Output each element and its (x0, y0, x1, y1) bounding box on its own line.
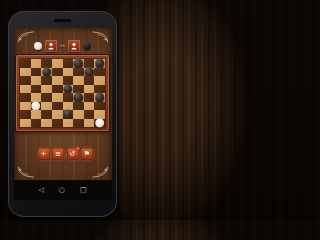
board-cell[interactable] (63, 76, 74, 85)
match-header: vs (14, 38, 112, 53)
board-cell[interactable] (84, 102, 95, 111)
board-cell[interactable] (31, 110, 42, 119)
board-cell[interactable] (41, 102, 52, 111)
board-cell[interactable] (73, 76, 84, 85)
undo-button[interactable]: ↺ (67, 148, 79, 160)
black-piece-icon (83, 42, 91, 50)
white-piece-icon (34, 42, 42, 50)
board-cell[interactable] (94, 119, 105, 128)
board-cell[interactable] (84, 110, 95, 119)
vs-label: vs (60, 43, 64, 48)
board-cell[interactable] (63, 102, 74, 111)
android-navbar: ◁ ○ □ (14, 180, 112, 200)
corner-flourish-icon (17, 166, 35, 178)
board-cell[interactable] (73, 85, 84, 94)
nav-home-icon[interactable]: ○ (59, 187, 65, 194)
board-cell[interactable] (31, 85, 42, 94)
board-cell[interactable] (41, 119, 52, 128)
board-cell[interactable] (73, 119, 84, 128)
flag-icon: ⚑ (84, 150, 90, 158)
menu-icon: ≡ (55, 150, 61, 158)
app-screen: vs + ≡ ↺ ⚑ ◁ ○ □ (14, 28, 112, 200)
board-cell[interactable] (84, 68, 95, 77)
menu-button[interactable]: ≡ (52, 148, 64, 160)
board-cell[interactable] (41, 110, 52, 119)
board-cell[interactable] (41, 85, 52, 94)
board-cell[interactable] (94, 85, 105, 94)
undo-icon: ↺ (70, 150, 76, 158)
toolbar: + ≡ ↺ ⚑ (38, 148, 95, 161)
board-cell[interactable] (31, 76, 42, 85)
board-cell[interactable] (20, 59, 31, 68)
board-cell[interactable] (84, 119, 95, 128)
board-cell[interactable] (52, 110, 63, 119)
phone-frame: vs + ≡ ↺ ⚑ ◁ ○ □ (8, 11, 117, 217)
board-cell[interactable] (52, 76, 63, 85)
board-cell[interactable] (73, 59, 84, 68)
board-cell[interactable] (84, 59, 95, 68)
board-cell[interactable] (63, 110, 74, 119)
board-cell[interactable] (52, 85, 63, 94)
board-cell[interactable] (94, 110, 105, 119)
board-cell[interactable] (52, 68, 63, 77)
board-cell[interactable] (84, 85, 95, 94)
board-cell[interactable] (73, 102, 84, 111)
board-cell[interactable] (20, 110, 31, 119)
board-cell[interactable] (63, 119, 74, 128)
new-game-button[interactable]: + (38, 148, 50, 160)
board-cell[interactable] (41, 68, 52, 77)
person-icon (70, 42, 78, 50)
board-cell[interactable] (63, 59, 74, 68)
board-cell[interactable] (73, 93, 84, 102)
board-cell[interactable] (63, 93, 74, 102)
board-cell[interactable] (41, 59, 52, 68)
board-cell[interactable] (94, 93, 105, 102)
board-cell[interactable] (52, 59, 63, 68)
board-cell[interactable] (94, 102, 105, 111)
board-cell[interactable] (52, 119, 63, 128)
board-cell[interactable] (94, 76, 105, 85)
board-cell[interactable] (52, 102, 63, 111)
board-cell[interactable] (20, 119, 31, 128)
person-icon (47, 42, 55, 50)
board-cell[interactable] (31, 68, 42, 77)
phone-speaker (54, 19, 71, 22)
nav-recents-icon[interactable]: □ (80, 187, 87, 194)
player2-avatar (68, 40, 80, 52)
board-cell[interactable] (73, 68, 84, 77)
board-cell[interactable] (31, 102, 42, 111)
board-cell[interactable] (63, 85, 74, 94)
board-cell[interactable] (20, 85, 31, 94)
board-cell[interactable] (31, 59, 42, 68)
white-piece[interactable] (95, 118, 105, 128)
board-cell[interactable] (20, 93, 31, 102)
player1-avatar (45, 40, 57, 52)
board-cell[interactable] (20, 102, 31, 111)
board-cell[interactable] (20, 76, 31, 85)
corner-flourish-icon (91, 166, 109, 178)
board-cell[interactable] (20, 68, 31, 77)
board-cell[interactable] (52, 93, 63, 102)
board-cell[interactable] (94, 68, 105, 77)
board-frame (16, 55, 109, 131)
board-cell[interactable] (73, 110, 84, 119)
board-cell[interactable] (84, 93, 95, 102)
notification-badge (76, 147, 80, 151)
plus-icon: + (41, 150, 47, 158)
nav-back-icon[interactable]: ◁ (38, 187, 43, 194)
board-cell[interactable] (63, 68, 74, 77)
board-cell[interactable] (41, 76, 52, 85)
board-cell[interactable] (31, 93, 42, 102)
hint-button[interactable]: ⚑ (81, 148, 93, 160)
board-cell[interactable] (41, 93, 52, 102)
board-cell[interactable] (94, 59, 105, 68)
board-grid (20, 59, 105, 127)
board-cell[interactable] (31, 119, 42, 128)
board-cell[interactable] (84, 76, 95, 85)
